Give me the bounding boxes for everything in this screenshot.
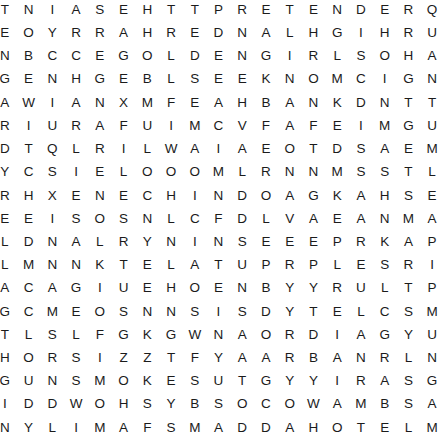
grid-cell[interactable]: S: [397, 369, 421, 392]
grid-cell[interactable]: Y: [135, 230, 159, 253]
grid-cell[interactable]: R: [159, 21, 183, 44]
grid-cell[interactable]: S: [230, 300, 254, 323]
grid-cell[interactable]: T: [349, 416, 373, 439]
grid-cell[interactable]: N: [17, 0, 41, 21]
grid-cell[interactable]: U: [420, 323, 441, 346]
grid-cell[interactable]: S: [112, 300, 136, 323]
grid-cell[interactable]: Q: [420, 0, 441, 21]
grid-cell[interactable]: A: [0, 91, 17, 114]
grid-cell[interactable]: M: [420, 137, 441, 160]
grid-cell[interactable]: O: [112, 369, 136, 392]
grid-cell[interactable]: G: [397, 114, 421, 137]
grid-cell[interactable]: R: [64, 21, 88, 44]
grid-cell[interactable]: A: [278, 184, 302, 207]
grid-cell[interactable]: C: [64, 44, 88, 67]
grid-cell[interactable]: D: [0, 137, 17, 160]
grid-cell[interactable]: S: [397, 184, 421, 207]
grid-cell[interactable]: A: [88, 114, 112, 137]
grid-cell[interactable]: C: [254, 393, 278, 416]
grid-cell[interactable]: R: [64, 114, 88, 137]
grid-cell[interactable]: O: [135, 44, 159, 67]
grid-cell[interactable]: G: [325, 21, 349, 44]
grid-cell[interactable]: I: [183, 184, 207, 207]
grid-cell[interactable]: P: [302, 253, 326, 276]
grid-cell[interactable]: I: [278, 44, 302, 67]
grid-cell[interactable]: R: [0, 184, 17, 207]
grid-cell[interactable]: H: [230, 91, 254, 114]
grid-cell[interactable]: E: [230, 68, 254, 91]
grid-cell[interactable]: L: [88, 230, 112, 253]
grid-cell[interactable]: I: [112, 137, 136, 160]
grid-cell[interactable]: E: [278, 230, 302, 253]
grid-cell[interactable]: G: [0, 369, 17, 392]
grid-cell[interactable]: S: [349, 137, 373, 160]
grid-cell[interactable]: N: [302, 160, 326, 183]
grid-cell[interactable]: C: [17, 160, 41, 183]
grid-cell[interactable]: F: [88, 323, 112, 346]
grid-cell[interactable]: S: [230, 230, 254, 253]
grid-cell[interactable]: U: [349, 277, 373, 300]
grid-cell[interactable]: E: [254, 137, 278, 160]
grid-cell[interactable]: O: [373, 44, 397, 67]
grid-cell[interactable]: M: [17, 253, 41, 276]
grid-cell[interactable]: E: [373, 0, 397, 21]
grid-cell[interactable]: T: [397, 160, 421, 183]
grid-cell[interactable]: U: [112, 277, 136, 300]
grid-cell[interactable]: D: [302, 323, 326, 346]
grid-cell[interactable]: W: [64, 393, 88, 416]
grid-cell[interactable]: C: [135, 184, 159, 207]
grid-cell[interactable]: L: [0, 230, 17, 253]
grid-cell[interactable]: L: [112, 160, 136, 183]
grid-cell[interactable]: T: [0, 323, 17, 346]
grid-cell[interactable]: D: [207, 21, 231, 44]
grid-cell[interactable]: E: [207, 44, 231, 67]
grid-cell[interactable]: E: [17, 68, 41, 91]
grid-cell[interactable]: E: [302, 230, 326, 253]
grid-cell[interactable]: Y: [159, 393, 183, 416]
grid-cell[interactable]: R: [302, 44, 326, 67]
grid-cell[interactable]: F: [135, 416, 159, 439]
grid-cell[interactable]: G: [373, 323, 397, 346]
grid-cell[interactable]: R: [0, 114, 17, 137]
grid-cell[interactable]: K: [325, 184, 349, 207]
grid-cell[interactable]: S: [64, 369, 88, 392]
grid-cell[interactable]: I: [64, 416, 88, 439]
grid-cell[interactable]: E: [0, 207, 17, 230]
grid-cell[interactable]: I: [349, 21, 373, 44]
grid-cell[interactable]: H: [397, 44, 421, 67]
grid-cell[interactable]: I: [207, 137, 231, 160]
grid-cell[interactable]: A: [183, 253, 207, 276]
grid-cell[interactable]: A: [278, 416, 302, 439]
grid-cell[interactable]: A: [254, 21, 278, 44]
grid-cell[interactable]: R: [230, 0, 254, 21]
grid-cell[interactable]: R: [397, 0, 421, 21]
grid-cell[interactable]: T: [17, 137, 41, 160]
grid-cell[interactable]: U: [17, 369, 41, 392]
grid-cell[interactable]: C: [349, 68, 373, 91]
grid-cell[interactable]: P: [420, 230, 441, 253]
grid-cell[interactable]: L: [230, 160, 254, 183]
grid-cell[interactable]: I: [207, 300, 231, 323]
grid-cell[interactable]: I: [88, 346, 112, 369]
grid-cell[interactable]: A: [420, 393, 441, 416]
grid-cell[interactable]: L: [0, 253, 17, 276]
grid-cell[interactable]: T: [207, 253, 231, 276]
grid-cell[interactable]: O: [183, 277, 207, 300]
grid-cell[interactable]: G: [0, 300, 17, 323]
grid-cell[interactable]: H: [0, 346, 17, 369]
grid-cell[interactable]: Y: [278, 369, 302, 392]
grid-cell[interactable]: E: [254, 230, 278, 253]
grid-cell[interactable]: A: [254, 346, 278, 369]
grid-cell[interactable]: C: [17, 300, 41, 323]
grid-cell[interactable]: T: [302, 137, 326, 160]
grid-cell[interactable]: K: [135, 369, 159, 392]
grid-cell[interactable]: S: [349, 160, 373, 183]
grid-cell[interactable]: V: [230, 114, 254, 137]
grid-cell[interactable]: S: [183, 68, 207, 91]
grid-cell[interactable]: T: [0, 0, 17, 21]
grid-cell[interactable]: L: [373, 277, 397, 300]
grid-cell[interactable]: N: [159, 230, 183, 253]
grid-cell[interactable]: S: [373, 160, 397, 183]
grid-cell[interactable]: Z: [135, 346, 159, 369]
grid-cell[interactable]: A: [64, 230, 88, 253]
grid-cell[interactable]: Q: [40, 137, 64, 160]
grid-cell[interactable]: L: [159, 207, 183, 230]
grid-cell[interactable]: O: [135, 160, 159, 183]
grid-cell[interactable]: F: [112, 114, 136, 137]
grid-cell[interactable]: G: [112, 44, 136, 67]
grid-cell[interactable]: E: [183, 91, 207, 114]
grid-cell[interactable]: A: [278, 91, 302, 114]
grid-cell[interactable]: U: [40, 114, 64, 137]
grid-cell[interactable]: B: [254, 91, 278, 114]
grid-cell[interactable]: D: [254, 416, 278, 439]
grid-cell[interactable]: S: [40, 323, 64, 346]
grid-cell[interactable]: A: [373, 137, 397, 160]
grid-cell[interactable]: L: [278, 21, 302, 44]
grid-cell[interactable]: G: [420, 369, 441, 392]
grid-cell[interactable]: Y: [397, 323, 421, 346]
grid-cell[interactable]: O: [278, 137, 302, 160]
grid-cell[interactable]: Z: [112, 346, 136, 369]
grid-cell[interactable]: S: [135, 393, 159, 416]
grid-cell[interactable]: N: [0, 44, 17, 67]
grid-cell[interactable]: L: [64, 137, 88, 160]
grid-cell[interactable]: N: [278, 68, 302, 91]
grid-cell[interactable]: A: [278, 114, 302, 137]
grid-cell[interactable]: N: [135, 300, 159, 323]
grid-cell[interactable]: L: [40, 416, 64, 439]
grid-cell[interactable]: M: [325, 160, 349, 183]
grid-cell[interactable]: Y: [278, 277, 302, 300]
grid-cell[interactable]: M: [420, 300, 441, 323]
grid-cell[interactable]: R: [349, 369, 373, 392]
grid-cell[interactable]: M: [88, 369, 112, 392]
grid-cell[interactable]: R: [254, 160, 278, 183]
grid-cell[interactable]: R: [88, 21, 112, 44]
grid-cell[interactable]: K: [135, 323, 159, 346]
grid-cell[interactable]: F: [254, 114, 278, 137]
grid-cell[interactable]: A: [40, 277, 64, 300]
grid-cell[interactable]: D: [17, 230, 41, 253]
grid-cell[interactable]: E: [373, 416, 397, 439]
grid-cell[interactable]: A: [420, 207, 441, 230]
grid-cell[interactable]: A: [64, 0, 88, 21]
grid-cell[interactable]: W: [302, 393, 326, 416]
grid-cell[interactable]: D: [17, 393, 41, 416]
grid-cell[interactable]: A: [183, 137, 207, 160]
grid-cell[interactable]: E: [302, 0, 326, 21]
grid-cell[interactable]: H: [302, 416, 326, 439]
grid-cell[interactable]: L: [17, 323, 41, 346]
grid-cell[interactable]: A: [207, 91, 231, 114]
grid-cell[interactable]: T: [230, 369, 254, 392]
grid-cell[interactable]: O: [88, 300, 112, 323]
grid-cell[interactable]: F: [159, 91, 183, 114]
grid-cell[interactable]: N: [135, 207, 159, 230]
grid-cell[interactable]: R: [278, 323, 302, 346]
grid-cell[interactable]: I: [88, 277, 112, 300]
grid-cell[interactable]: L: [159, 253, 183, 276]
grid-cell[interactable]: H: [373, 184, 397, 207]
grid-cell[interactable]: E: [64, 300, 88, 323]
grid-cell[interactable]: O: [278, 393, 302, 416]
grid-cell[interactable]: W: [17, 91, 41, 114]
grid-cell[interactable]: M: [325, 68, 349, 91]
grid-cell[interactable]: L: [135, 137, 159, 160]
grid-cell[interactable]: E: [0, 21, 17, 44]
grid-cell[interactable]: Y: [17, 416, 41, 439]
grid-cell[interactable]: N: [278, 160, 302, 183]
grid-cell[interactable]: N: [230, 44, 254, 67]
grid-cell[interactable]: E: [159, 369, 183, 392]
grid-cell[interactable]: G: [88, 68, 112, 91]
grid-cell[interactable]: X: [112, 91, 136, 114]
grid-cell[interactable]: O: [159, 160, 183, 183]
grid-cell[interactable]: A: [230, 137, 254, 160]
grid-cell[interactable]: N: [64, 253, 88, 276]
grid-cell[interactable]: E: [112, 68, 136, 91]
grid-cell[interactable]: Y: [207, 346, 231, 369]
grid-cell[interactable]: I: [40, 207, 64, 230]
grid-cell[interactable]: D: [40, 393, 64, 416]
grid-cell[interactable]: T: [159, 346, 183, 369]
grid-cell[interactable]: G: [254, 369, 278, 392]
grid-cell[interactable]: A: [302, 207, 326, 230]
grid-cell[interactable]: L: [325, 44, 349, 67]
grid-cell[interactable]: K: [325, 91, 349, 114]
grid-cell[interactable]: L: [254, 207, 278, 230]
grid-cell[interactable]: N: [40, 253, 64, 276]
grid-cell[interactable]: N: [349, 346, 373, 369]
grid-cell[interactable]: B: [135, 68, 159, 91]
grid-cell[interactable]: L: [64, 323, 88, 346]
grid-cell[interactable]: T: [397, 91, 421, 114]
grid-cell[interactable]: M: [183, 416, 207, 439]
grid-cell[interactable]: H: [159, 277, 183, 300]
grid-cell[interactable]: T: [183, 0, 207, 21]
grid-cell[interactable]: B: [17, 44, 41, 67]
grid-cell[interactable]: U: [420, 114, 441, 137]
grid-cell[interactable]: D: [230, 207, 254, 230]
grid-cell[interactable]: Y: [302, 277, 326, 300]
grid-cell[interactable]: G: [397, 68, 421, 91]
grid-cell[interactable]: A: [325, 393, 349, 416]
grid-cell[interactable]: I: [17, 114, 41, 137]
grid-cell[interactable]: E: [325, 207, 349, 230]
grid-cell[interactable]: L: [397, 416, 421, 439]
grid-cell[interactable]: K: [373, 230, 397, 253]
grid-cell[interactable]: M: [40, 300, 64, 323]
grid-cell[interactable]: G: [159, 323, 183, 346]
grid-cell[interactable]: H: [64, 68, 88, 91]
grid-cell[interactable]: A: [207, 416, 231, 439]
grid-cell[interactable]: R: [325, 277, 349, 300]
grid-cell[interactable]: M: [183, 114, 207, 137]
grid-cell[interactable]: N: [373, 207, 397, 230]
grid-cell[interactable]: I: [183, 230, 207, 253]
grid-cell[interactable]: S: [64, 207, 88, 230]
grid-cell[interactable]: D: [183, 44, 207, 67]
grid-cell[interactable]: N: [420, 68, 441, 91]
grid-cell[interactable]: T: [397, 277, 421, 300]
grid-cell[interactable]: F: [302, 114, 326, 137]
grid-cell[interactable]: E: [349, 253, 373, 276]
grid-cell[interactable]: G: [0, 68, 17, 91]
grid-cell[interactable]: G: [112, 323, 136, 346]
grid-cell[interactable]: T: [159, 0, 183, 21]
grid-cell[interactable]: S: [373, 253, 397, 276]
grid-cell[interactable]: I: [40, 0, 64, 21]
grid-cell[interactable]: S: [112, 207, 136, 230]
grid-cell[interactable]: N: [88, 91, 112, 114]
grid-cell[interactable]: E: [112, 0, 136, 21]
grid-cell[interactable]: H: [159, 184, 183, 207]
grid-cell[interactable]: B: [373, 393, 397, 416]
grid-cell[interactable]: E: [254, 0, 278, 21]
grid-cell[interactable]: P: [254, 253, 278, 276]
grid-cell[interactable]: K: [88, 253, 112, 276]
grid-cell[interactable]: R: [278, 346, 302, 369]
grid-cell[interactable]: B: [254, 277, 278, 300]
grid-cell[interactable]: S: [64, 346, 88, 369]
grid-cell[interactable]: A: [325, 346, 349, 369]
grid-cell[interactable]: H: [302, 21, 326, 44]
grid-cell[interactable]: E: [112, 184, 136, 207]
grid-cell[interactable]: B: [302, 346, 326, 369]
grid-cell[interactable]: C: [183, 207, 207, 230]
grid-cell[interactable]: O: [302, 68, 326, 91]
grid-cell[interactable]: I: [349, 114, 373, 137]
grid-cell[interactable]: U: [420, 21, 441, 44]
grid-cell[interactable]: R: [397, 21, 421, 44]
grid-cell[interactable]: E: [135, 253, 159, 276]
grid-cell[interactable]: N: [0, 416, 17, 439]
grid-cell[interactable]: O: [17, 346, 41, 369]
grid-cell[interactable]: L: [325, 253, 349, 276]
grid-cell[interactable]: T: [302, 300, 326, 323]
grid-cell[interactable]: R: [88, 137, 112, 160]
grid-cell[interactable]: S: [349, 44, 373, 67]
grid-cell[interactable]: A: [397, 230, 421, 253]
grid-cell[interactable]: C: [207, 114, 231, 137]
grid-cell[interactable]: Y: [302, 369, 326, 392]
grid-cell[interactable]: A: [349, 323, 373, 346]
grid-cell[interactable]: I: [40, 91, 64, 114]
grid-cell[interactable]: R: [112, 230, 136, 253]
grid-cell[interactable]: K: [254, 68, 278, 91]
grid-cell[interactable]: E: [397, 137, 421, 160]
grid-cell[interactable]: O: [88, 207, 112, 230]
grid-cell[interactable]: N: [420, 346, 441, 369]
grid-cell[interactable]: M: [373, 114, 397, 137]
grid-cell[interactable]: D: [230, 184, 254, 207]
grid-cell[interactable]: S: [397, 300, 421, 323]
grid-cell[interactable]: M: [88, 416, 112, 439]
grid-cell[interactable]: E: [325, 300, 349, 323]
grid-cell[interactable]: R: [40, 346, 64, 369]
grid-cell[interactable]: H: [112, 393, 136, 416]
grid-cell[interactable]: I: [420, 253, 441, 276]
grid-cell[interactable]: N: [159, 300, 183, 323]
grid-cell[interactable]: M: [135, 91, 159, 114]
grid-cell[interactable]: U: [207, 369, 231, 392]
grid-cell[interactable]: S: [40, 160, 64, 183]
grid-cell[interactable]: R: [349, 230, 373, 253]
grid-cell[interactable]: W: [159, 137, 183, 160]
grid-cell[interactable]: R: [373, 346, 397, 369]
grid-cell[interactable]: U: [230, 253, 254, 276]
grid-cell[interactable]: N: [230, 277, 254, 300]
grid-cell[interactable]: N: [88, 184, 112, 207]
grid-cell[interactable]: R: [278, 253, 302, 276]
grid-cell[interactable]: E: [88, 160, 112, 183]
grid-cell[interactable]: E: [420, 184, 441, 207]
grid-cell[interactable]: M: [207, 160, 231, 183]
grid-cell[interactable]: I: [325, 369, 349, 392]
grid-cell[interactable]: T: [112, 253, 136, 276]
grid-cell[interactable]: L: [349, 300, 373, 323]
grid-cell[interactable]: O: [183, 160, 207, 183]
grid-cell[interactable]: O: [230, 393, 254, 416]
grid-cell[interactable]: I: [373, 68, 397, 91]
grid-cell[interactable]: N: [325, 0, 349, 21]
grid-cell[interactable]: L: [420, 160, 441, 183]
grid-cell[interactable]: T: [420, 91, 441, 114]
grid-cell[interactable]: S: [397, 393, 421, 416]
grid-cell[interactable]: E: [207, 277, 231, 300]
grid-cell[interactable]: O: [325, 416, 349, 439]
grid-cell[interactable]: I: [325, 323, 349, 346]
grid-cell[interactable]: C: [17, 277, 41, 300]
grid-cell[interactable]: M: [349, 393, 373, 416]
grid-cell[interactable]: N: [40, 68, 64, 91]
grid-cell[interactable]: A: [230, 346, 254, 369]
grid-cell[interactable]: Y: [40, 21, 64, 44]
grid-cell[interactable]: S: [88, 0, 112, 21]
grid-cell[interactable]: D: [349, 91, 373, 114]
grid-cell[interactable]: V: [278, 207, 302, 230]
grid-cell[interactable]: A: [112, 21, 136, 44]
grid-cell[interactable]: N: [207, 323, 231, 346]
grid-cell[interactable]: D: [325, 137, 349, 160]
grid-cell[interactable]: O: [17, 21, 41, 44]
grid-cell[interactable]: E: [207, 68, 231, 91]
